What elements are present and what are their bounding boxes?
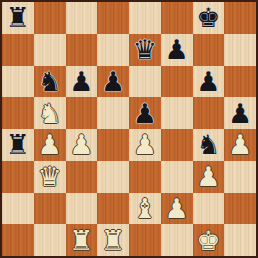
square-a7[interactable] — [2, 34, 34, 66]
white-pawn-c4: ♟ — [69, 129, 93, 160]
white-pawn-g3: ♟ — [196, 161, 220, 192]
square-b1[interactable] — [34, 224, 66, 256]
square-h3[interactable] — [224, 161, 256, 193]
white-pawn-b4: ♟ — [38, 129, 62, 160]
black-pawn-e5: ♟ — [133, 98, 157, 129]
black-pawn-d6: ♟ — [101, 66, 125, 97]
square-h8[interactable] — [224, 2, 256, 34]
black-knight-b6: ♞ — [38, 66, 62, 97]
square-d4[interactable] — [97, 129, 129, 161]
square-d7[interactable] — [97, 34, 129, 66]
square-b4[interactable]: ♟ — [34, 129, 66, 161]
square-g5[interactable] — [193, 97, 225, 129]
square-g8[interactable]: ♚ — [193, 2, 225, 34]
square-e2[interactable]: ♝ — [129, 193, 161, 225]
black-pawn-g6: ♟ — [196, 66, 220, 97]
white-pawn-h4: ♟ — [228, 129, 252, 160]
square-d2[interactable] — [97, 193, 129, 225]
chess-board: ♜♚♛♟♞♟♟♟♞♟♟♜♟♟♟♞♟♛♟♝♟♜♜♚ — [2, 2, 256, 256]
square-g4[interactable]: ♞ — [193, 129, 225, 161]
square-b6[interactable]: ♞ — [34, 66, 66, 98]
square-b2[interactable] — [34, 193, 66, 225]
square-c2[interactable] — [66, 193, 98, 225]
square-h4[interactable]: ♟ — [224, 129, 256, 161]
square-f1[interactable] — [161, 224, 193, 256]
square-e7[interactable]: ♛ — [129, 34, 161, 66]
square-b5[interactable]: ♞ — [34, 97, 66, 129]
square-c5[interactable] — [66, 97, 98, 129]
square-h5[interactable]: ♟ — [224, 97, 256, 129]
black-pawn-c6: ♟ — [69, 66, 93, 97]
black-pawn-f7: ♟ — [165, 34, 189, 65]
square-f7[interactable]: ♟ — [161, 34, 193, 66]
black-rook-a8: ♜ — [6, 2, 30, 33]
square-f6[interactable] — [161, 66, 193, 98]
black-king-g8: ♚ — [196, 2, 220, 33]
square-e3[interactable] — [129, 161, 161, 193]
white-bishop-e2: ♝ — [133, 193, 157, 224]
square-a5[interactable] — [2, 97, 34, 129]
square-d1[interactable]: ♜ — [97, 224, 129, 256]
square-e1[interactable] — [129, 224, 161, 256]
square-a3[interactable] — [2, 161, 34, 193]
white-rook-d1: ♜ — [101, 225, 125, 256]
square-f4[interactable] — [161, 129, 193, 161]
white-knight-b5: ♞ — [38, 98, 62, 129]
black-queen-e7: ♛ — [133, 34, 157, 65]
square-b7[interactable] — [34, 34, 66, 66]
square-c8[interactable] — [66, 2, 98, 34]
square-c3[interactable] — [66, 161, 98, 193]
square-h7[interactable] — [224, 34, 256, 66]
chess-board-frame: ♜♚♛♟♞♟♟♟♞♟♟♜♟♟♟♞♟♛♟♝♟♜♜♚ — [0, 0, 258, 258]
square-e8[interactable] — [129, 2, 161, 34]
square-e5[interactable]: ♟ — [129, 97, 161, 129]
black-rook-a4: ♜ — [6, 129, 30, 160]
square-c6[interactable]: ♟ — [66, 66, 98, 98]
square-b8[interactable] — [34, 2, 66, 34]
square-e4[interactable]: ♟ — [129, 129, 161, 161]
square-d5[interactable] — [97, 97, 129, 129]
square-g2[interactable] — [193, 193, 225, 225]
white-rook-c1: ♜ — [69, 225, 93, 256]
square-a6[interactable] — [2, 66, 34, 98]
square-a1[interactable] — [2, 224, 34, 256]
square-g7[interactable] — [193, 34, 225, 66]
square-a2[interactable] — [2, 193, 34, 225]
square-a8[interactable]: ♜ — [2, 2, 34, 34]
square-d8[interactable] — [97, 2, 129, 34]
square-f8[interactable] — [161, 2, 193, 34]
square-f2[interactable]: ♟ — [161, 193, 193, 225]
square-a4[interactable]: ♜ — [2, 129, 34, 161]
square-c4[interactable]: ♟ — [66, 129, 98, 161]
square-c7[interactable] — [66, 34, 98, 66]
white-queen-b3: ♛ — [38, 161, 62, 192]
square-g6[interactable]: ♟ — [193, 66, 225, 98]
square-e6[interactable] — [129, 66, 161, 98]
square-d6[interactable]: ♟ — [97, 66, 129, 98]
square-g3[interactable]: ♟ — [193, 161, 225, 193]
square-c1[interactable]: ♜ — [66, 224, 98, 256]
white-pawn-e4: ♟ — [133, 129, 157, 160]
white-pawn-f2: ♟ — [165, 193, 189, 224]
square-h2[interactable] — [224, 193, 256, 225]
square-g1[interactable]: ♚ — [193, 224, 225, 256]
square-h1[interactable] — [224, 224, 256, 256]
black-knight-g4: ♞ — [196, 129, 220, 160]
black-pawn-h5: ♟ — [228, 98, 252, 129]
square-d3[interactable] — [97, 161, 129, 193]
square-f5[interactable] — [161, 97, 193, 129]
square-b3[interactable]: ♛ — [34, 161, 66, 193]
white-king-g1: ♚ — [196, 225, 220, 256]
square-h6[interactable] — [224, 66, 256, 98]
square-f3[interactable] — [161, 161, 193, 193]
